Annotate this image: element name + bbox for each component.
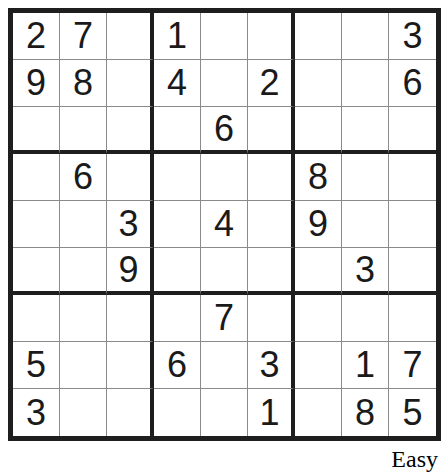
- cell-r1c5[interactable]: [201, 13, 248, 60]
- cell-r3c6[interactable]: [248, 107, 295, 154]
- cell-r2c2: 8: [60, 60, 107, 107]
- cell-r2c8[interactable]: [342, 60, 389, 107]
- cell-r6c2[interactable]: [60, 248, 107, 295]
- cell-r1c9: 3: [389, 13, 436, 60]
- cell-r8c4: 6: [154, 342, 201, 389]
- sudoku-board: 271398426668349937563173185: [8, 8, 441, 441]
- cell-r3c1[interactable]: [13, 107, 60, 154]
- cell-r7c4[interactable]: [154, 295, 201, 342]
- cell-r1c7[interactable]: [295, 13, 342, 60]
- cell-r2c6: 2: [248, 60, 295, 107]
- cell-r6c7[interactable]: [295, 248, 342, 295]
- cell-r6c8: 3: [342, 248, 389, 295]
- cell-r7c8[interactable]: [342, 295, 389, 342]
- cell-r8c2[interactable]: [60, 342, 107, 389]
- cell-r4c2: 6: [60, 154, 107, 201]
- cell-r8c7[interactable]: [295, 342, 342, 389]
- cell-r5c7: 9: [295, 201, 342, 248]
- difficulty-label: Easy: [391, 446, 438, 472]
- sudoku-page: 271398426668349937563173185 Easy: [0, 0, 444, 474]
- cell-r7c2[interactable]: [60, 295, 107, 342]
- cell-r7c9[interactable]: [389, 295, 436, 342]
- cell-r9c5[interactable]: [201, 389, 248, 436]
- cell-r2c9: 6: [389, 60, 436, 107]
- cell-r2c5[interactable]: [201, 60, 248, 107]
- cell-r2c3[interactable]: [107, 60, 154, 107]
- cell-r4c1[interactable]: [13, 154, 60, 201]
- cell-r3c2[interactable]: [60, 107, 107, 154]
- cell-r3c5: 6: [201, 107, 248, 154]
- cell-r2c4: 4: [154, 60, 201, 107]
- cell-r5c5: 4: [201, 201, 248, 248]
- cell-r6c6[interactable]: [248, 248, 295, 295]
- cell-r7c6[interactable]: [248, 295, 295, 342]
- cell-r8c3[interactable]: [107, 342, 154, 389]
- cell-r9c3[interactable]: [107, 389, 154, 436]
- cell-r4c4[interactable]: [154, 154, 201, 201]
- cell-r8c5[interactable]: [201, 342, 248, 389]
- cell-r6c1[interactable]: [13, 248, 60, 295]
- cell-r3c3[interactable]: [107, 107, 154, 154]
- cell-r9c9: 5: [389, 389, 436, 436]
- cell-r3c7[interactable]: [295, 107, 342, 154]
- cell-r1c6[interactable]: [248, 13, 295, 60]
- cell-r5c9[interactable]: [389, 201, 436, 248]
- cell-r4c7: 8: [295, 154, 342, 201]
- cell-r3c9[interactable]: [389, 107, 436, 154]
- cell-r5c2[interactable]: [60, 201, 107, 248]
- cell-r6c5[interactable]: [201, 248, 248, 295]
- cell-r4c8[interactable]: [342, 154, 389, 201]
- cell-r7c5: 7: [201, 295, 248, 342]
- cell-r8c8: 1: [342, 342, 389, 389]
- cell-r1c2: 7: [60, 13, 107, 60]
- cell-r7c3[interactable]: [107, 295, 154, 342]
- cell-r4c5[interactable]: [201, 154, 248, 201]
- cell-r6c3: 9: [107, 248, 154, 295]
- cell-r1c1: 2: [13, 13, 60, 60]
- cell-r4c9[interactable]: [389, 154, 436, 201]
- cell-r8c9: 7: [389, 342, 436, 389]
- cell-r3c8[interactable]: [342, 107, 389, 154]
- cell-r5c3: 3: [107, 201, 154, 248]
- cell-r6c4[interactable]: [154, 248, 201, 295]
- cell-r1c8[interactable]: [342, 13, 389, 60]
- cell-r8c6: 3: [248, 342, 295, 389]
- cell-r9c8: 8: [342, 389, 389, 436]
- cell-r9c1: 3: [13, 389, 60, 436]
- cell-r2c1: 9: [13, 60, 60, 107]
- cell-r4c6[interactable]: [248, 154, 295, 201]
- cell-r9c7[interactable]: [295, 389, 342, 436]
- cell-r5c1[interactable]: [13, 201, 60, 248]
- cell-r5c8[interactable]: [342, 201, 389, 248]
- cell-r9c2[interactable]: [60, 389, 107, 436]
- cell-r3c4[interactable]: [154, 107, 201, 154]
- cell-r5c6[interactable]: [248, 201, 295, 248]
- cell-r5c4[interactable]: [154, 201, 201, 248]
- cell-r9c6: 1: [248, 389, 295, 436]
- cell-r1c3[interactable]: [107, 13, 154, 60]
- cell-r7c7[interactable]: [295, 295, 342, 342]
- cell-r8c1: 5: [13, 342, 60, 389]
- cell-r2c7[interactable]: [295, 60, 342, 107]
- cell-r6c9[interactable]: [389, 248, 436, 295]
- cell-r1c4: 1: [154, 13, 201, 60]
- cell-r4c3[interactable]: [107, 154, 154, 201]
- cell-r7c1[interactable]: [13, 295, 60, 342]
- cell-r9c4[interactable]: [154, 389, 201, 436]
